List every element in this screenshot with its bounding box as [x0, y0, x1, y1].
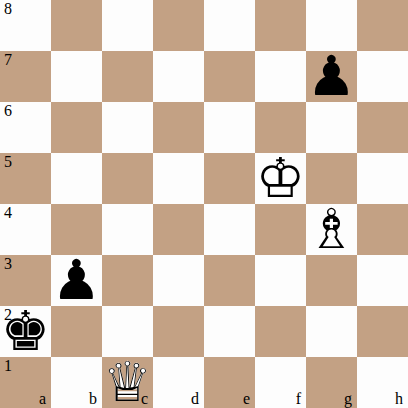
square-c1[interactable]: c♛♕	[102, 357, 153, 408]
square-d7[interactable]	[153, 51, 204, 102]
square-h4[interactable]	[357, 204, 408, 255]
piece-glyph: ♟	[51, 255, 102, 306]
square-c5[interactable]	[102, 153, 153, 204]
file-label-g: g	[344, 391, 352, 407]
square-f3[interactable]	[255, 255, 306, 306]
rank-label-3: 3	[4, 255, 12, 272]
square-e6[interactable]	[204, 102, 255, 153]
piece-white-queen-c1[interactable]: ♛♕	[102, 357, 153, 408]
square-c4[interactable]	[102, 204, 153, 255]
square-g1[interactable]: g	[306, 357, 357, 408]
square-h1[interactable]: h	[357, 357, 408, 408]
square-h3[interactable]	[357, 255, 408, 306]
square-g3[interactable]	[306, 255, 357, 306]
file-label-a: a	[39, 391, 46, 407]
square-h2[interactable]	[357, 306, 408, 357]
square-e4[interactable]	[204, 204, 255, 255]
square-e3[interactable]	[204, 255, 255, 306]
square-g2[interactable]	[306, 306, 357, 357]
piece-glyph: ♕	[102, 357, 153, 408]
piece-glyph: ♟	[306, 51, 357, 102]
square-a5[interactable]: 5	[0, 153, 51, 204]
piece-glyph: ♚	[0, 306, 51, 357]
square-f4[interactable]	[255, 204, 306, 255]
file-label-e: e	[243, 391, 250, 407]
square-d4[interactable]	[153, 204, 204, 255]
square-a8[interactable]: 8	[0, 0, 51, 51]
square-a2[interactable]: 2♚	[0, 306, 51, 357]
square-b8[interactable]	[51, 0, 102, 51]
chess-board: 87♟65♚♔4♝♗3♟2♚1abc♛♕defgh	[0, 0, 408, 408]
square-f8[interactable]	[255, 0, 306, 51]
file-label-d: d	[191, 391, 199, 407]
rank-label-1: 1	[4, 357, 12, 374]
square-a1[interactable]: 1a	[0, 357, 51, 408]
square-d1[interactable]: d	[153, 357, 204, 408]
square-a7[interactable]: 7	[0, 51, 51, 102]
rank-label-6: 6	[4, 102, 12, 119]
square-f5[interactable]: ♚♔	[255, 153, 306, 204]
square-b3[interactable]: ♟	[51, 255, 102, 306]
square-b1[interactable]: b	[51, 357, 102, 408]
rank-label-8: 8	[4, 0, 12, 17]
square-d8[interactable]	[153, 0, 204, 51]
square-b7[interactable]	[51, 51, 102, 102]
square-c3[interactable]	[102, 255, 153, 306]
square-f1[interactable]: f	[255, 357, 306, 408]
piece-black-pawn-g7[interactable]: ♟	[306, 51, 357, 102]
piece-white-bishop-g4[interactable]: ♝♗	[306, 204, 357, 255]
square-d3[interactable]	[153, 255, 204, 306]
square-f2[interactable]	[255, 306, 306, 357]
square-e1[interactable]: e	[204, 357, 255, 408]
file-label-f: f	[296, 391, 301, 407]
square-g6[interactable]	[306, 102, 357, 153]
square-h7[interactable]	[357, 51, 408, 102]
square-d6[interactable]	[153, 102, 204, 153]
square-c8[interactable]	[102, 0, 153, 51]
square-a4[interactable]: 4	[0, 204, 51, 255]
square-a6[interactable]: 6	[0, 102, 51, 153]
square-c6[interactable]	[102, 102, 153, 153]
rank-label-4: 4	[4, 204, 12, 221]
piece-black-king-a2[interactable]: ♚	[0, 306, 51, 357]
square-h6[interactable]	[357, 102, 408, 153]
square-h8[interactable]	[357, 0, 408, 51]
rank-label-5: 5	[4, 153, 12, 170]
square-e7[interactable]	[204, 51, 255, 102]
square-g7[interactable]: ♟	[306, 51, 357, 102]
square-d5[interactable]	[153, 153, 204, 204]
square-g4[interactable]: ♝♗	[306, 204, 357, 255]
square-e2[interactable]	[204, 306, 255, 357]
square-f7[interactable]	[255, 51, 306, 102]
file-label-h: h	[395, 391, 403, 407]
square-e8[interactable]	[204, 0, 255, 51]
square-h5[interactable]	[357, 153, 408, 204]
piece-white-king-f5[interactable]: ♚♔	[255, 153, 306, 204]
rank-label-7: 7	[4, 51, 12, 68]
piece-black-pawn-b3[interactable]: ♟	[51, 255, 102, 306]
file-label-b: b	[89, 391, 97, 407]
square-c7[interactable]	[102, 51, 153, 102]
square-e5[interactable]	[204, 153, 255, 204]
square-d2[interactable]	[153, 306, 204, 357]
square-b5[interactable]	[51, 153, 102, 204]
square-b2[interactable]	[51, 306, 102, 357]
piece-glyph: ♗	[306, 204, 357, 255]
piece-glyph: ♔	[255, 153, 306, 204]
square-b6[interactable]	[51, 102, 102, 153]
